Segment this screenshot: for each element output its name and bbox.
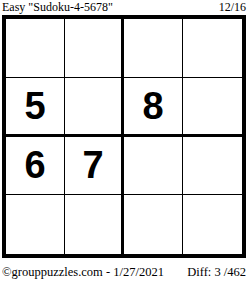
cell-r2c4[interactable] bbox=[183, 78, 242, 137]
sudoku-board: 5867 bbox=[2, 15, 246, 258]
copyright-text: ©grouppuzzles.com - 1/27/2021 bbox=[2, 265, 164, 280]
cell-r4c3[interactable] bbox=[124, 195, 183, 254]
cell-r1c1[interactable] bbox=[6, 19, 65, 78]
cell-r1c3[interactable] bbox=[124, 19, 183, 78]
header: Easy "Sudoku-4-5678" 12/16 bbox=[2, 0, 246, 14]
cell-r3c4[interactable] bbox=[183, 137, 242, 196]
cell-r3c1[interactable]: 6 bbox=[6, 137, 65, 196]
difficulty-text: Diff: 3 /462 bbox=[187, 265, 246, 280]
cell-r2c1[interactable]: 5 bbox=[6, 78, 65, 137]
given-digit: 6 bbox=[24, 146, 45, 184]
puzzle-title: Easy "Sudoku-4-5678" bbox=[2, 0, 113, 14]
given-digit: 5 bbox=[24, 87, 45, 125]
cell-r4c2[interactable] bbox=[65, 195, 124, 254]
footer: ©grouppuzzles.com - 1/27/2021 Diff: 3 /4… bbox=[2, 265, 246, 280]
cell-r2c3[interactable]: 8 bbox=[124, 78, 183, 137]
cell-r4c4[interactable] bbox=[183, 195, 242, 254]
given-digit: 7 bbox=[82, 146, 103, 184]
progress-counter: 12/16 bbox=[219, 0, 246, 14]
cell-r4c1[interactable] bbox=[6, 195, 65, 254]
cell-r1c2[interactable] bbox=[65, 19, 124, 78]
cell-r3c3[interactable] bbox=[124, 137, 183, 196]
cell-r2c2[interactable] bbox=[65, 78, 124, 137]
given-digit: 8 bbox=[142, 87, 163, 125]
cell-r3c2[interactable]: 7 bbox=[65, 137, 124, 196]
cell-r1c4[interactable] bbox=[183, 19, 242, 78]
